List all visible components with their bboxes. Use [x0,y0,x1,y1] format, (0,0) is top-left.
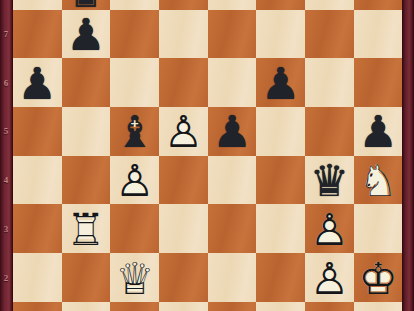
square-d6[interactable] [159,58,208,107]
square-f1[interactable] [256,302,305,311]
square-e5[interactable]: ♟ [208,107,257,156]
piece-white-pawn: ♟♙ [110,156,159,205]
square-c4[interactable]: ♟♙ [110,156,159,205]
square-e1[interactable] [208,302,257,311]
square-f3[interactable] [256,204,305,253]
square-a3[interactable] [13,204,62,253]
square-a5[interactable] [13,107,62,156]
square-d7[interactable] [159,10,208,59]
rank-label-6: 6 [0,78,12,88]
square-h7[interactable] [354,10,403,59]
piece-white-queen: ♛♕ [110,253,159,302]
rank-label-3: 3 [0,224,12,234]
square-g2[interactable]: ♟♙ [305,253,354,302]
square-h4[interactable]: ♞♘ [354,156,403,205]
piece-white-pawn: ♟♙ [305,204,354,253]
piece-black-queen: ♛ [305,156,354,205]
square-c6[interactable] [110,58,159,107]
square-a7[interactable] [13,10,62,59]
square-a8[interactable] [13,0,62,10]
square-b3[interactable]: ♜♖ [62,204,111,253]
square-f2[interactable] [256,253,305,302]
square-f8[interactable] [256,0,305,10]
piece-black-pawn: ♟ [256,58,305,107]
square-d4[interactable] [159,156,208,205]
square-d8[interactable] [159,0,208,10]
square-h2[interactable]: ♚♔ [354,253,403,302]
board-left-border [0,0,13,311]
square-b6[interactable] [62,58,111,107]
square-c2[interactable]: ♛♕ [110,253,159,302]
piece-black-pawn: ♟ [208,107,257,156]
bishop-cross-mark: + [123,108,147,140]
square-f6[interactable]: ♟ [256,58,305,107]
square-f7[interactable] [256,10,305,59]
square-b2[interactable] [62,253,111,302]
rank-label-4: 4 [0,175,12,185]
square-d1[interactable] [159,302,208,311]
piece-black-pawn: ♟ [354,107,403,156]
square-h6[interactable] [354,58,403,107]
piece-black-pawn: ♟ [62,10,111,59]
square-e4[interactable] [208,156,257,205]
piece-white-knight: ♞♘ [354,156,403,205]
chess-board: ♚♟♟♟♝+♟♙♟♟♟♙♛♞♘♜♖♟♙♛♕♟♙♚♔ [13,0,403,311]
square-g5[interactable] [305,107,354,156]
piece-white-king: ♚♔ [354,253,403,302]
board-right-border [402,0,414,311]
square-g7[interactable] [305,10,354,59]
square-a2[interactable] [13,253,62,302]
square-e6[interactable] [208,58,257,107]
rank-label-7: 7 [0,29,12,39]
square-g3[interactable]: ♟♙ [305,204,354,253]
square-e8[interactable] [208,0,257,10]
square-h3[interactable] [354,204,403,253]
square-g1[interactable] [305,302,354,311]
piece-white-pawn: ♟♙ [305,253,354,302]
square-d5[interactable]: ♟♙ [159,107,208,156]
square-b7[interactable]: ♟ [62,10,111,59]
square-b5[interactable] [62,107,111,156]
square-c7[interactable] [110,10,159,59]
square-h8[interactable] [354,0,403,10]
square-g6[interactable] [305,58,354,107]
square-h1[interactable] [354,302,403,311]
square-c1[interactable] [110,302,159,311]
square-e7[interactable] [208,10,257,59]
square-a1[interactable] [13,302,62,311]
square-f5[interactable] [256,107,305,156]
piece-white-pawn: ♟♙ [159,107,208,156]
rank-label-2: 2 [0,273,12,283]
square-c3[interactable] [110,204,159,253]
square-g4[interactable]: ♛ [305,156,354,205]
piece-white-rook: ♜♖ [62,204,111,253]
square-f4[interactable] [256,156,305,205]
piece-black-bishop: ♝+ [110,107,159,156]
square-d2[interactable] [159,253,208,302]
square-d3[interactable] [159,204,208,253]
square-h5[interactable]: ♟ [354,107,403,156]
square-b8[interactable]: ♚ [62,0,111,10]
square-c5[interactable]: ♝+ [110,107,159,156]
square-c8[interactable] [110,0,159,10]
piece-black-pawn: ♟ [13,58,62,107]
square-e3[interactable] [208,204,257,253]
square-b1[interactable] [62,302,111,311]
square-a6[interactable]: ♟ [13,58,62,107]
square-g8[interactable] [305,0,354,10]
chess-diagram: ♚♟♟♟♝+♟♙♟♟♟♙♛♞♘♜♖♟♙♛♕♟♙♚♔ 765432 [0,0,414,311]
square-b4[interactable] [62,156,111,205]
rank-label-5: 5 [0,126,12,136]
square-e2[interactable] [208,253,257,302]
square-a4[interactable] [13,156,62,205]
